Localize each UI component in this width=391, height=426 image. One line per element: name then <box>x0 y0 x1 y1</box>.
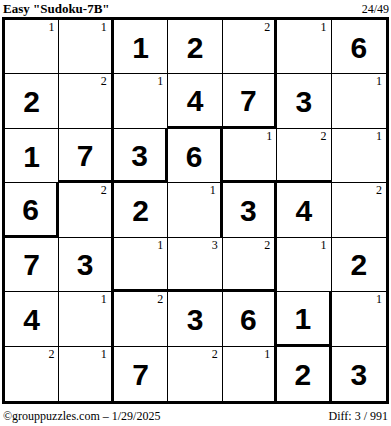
copyright-text: ©grouppuzzles.com – 1/29/2025 <box>3 409 160 424</box>
cell-r7c1[interactable]: 2 <box>5 347 59 401</box>
pencil-mark: 2 <box>212 348 218 361</box>
cell-r4c1[interactable]: 6 <box>5 183 59 237</box>
cell-value: 6 <box>186 140 203 172</box>
pencil-mark: 1 <box>48 21 54 34</box>
pencil-mark: 1 <box>264 348 270 361</box>
cell-r3c7[interactable]: 1 <box>332 129 386 183</box>
cell-r5c7[interactable]: 2 <box>332 238 386 292</box>
cell-r2c2[interactable]: 2 <box>59 74 113 128</box>
pencil-mark: 1 <box>101 21 107 34</box>
cell-value: 1 <box>132 31 149 63</box>
cell-value: 2 <box>132 194 149 226</box>
cell-r4c4[interactable]: 1 <box>168 183 222 237</box>
page-title: Easy "Sudoku-7B" <box>3 1 110 17</box>
pencil-mark: 1 <box>101 293 107 306</box>
cell-value: 4 <box>296 194 313 226</box>
cell-r6c1[interactable]: 4 <box>5 292 59 346</box>
cell-r5c6[interactable]: 1 <box>277 238 331 292</box>
cell-value: 4 <box>187 84 204 116</box>
cell-r3c2[interactable]: 7 <box>59 129 113 183</box>
cell-r5c3[interactable]: 1 <box>114 238 168 292</box>
cell-r3c6[interactable]: 2 <box>277 129 331 183</box>
cell-r4c2[interactable]: 2 <box>59 183 113 237</box>
cell-r2c3[interactable]: 1 <box>114 74 168 128</box>
cell-r6c6[interactable]: 1 <box>277 292 331 346</box>
cell-value: 3 <box>187 303 204 335</box>
cell-value: 2 <box>295 358 312 390</box>
cell-r7c6[interactable]: 2 <box>277 347 331 401</box>
cell-r6c3[interactable]: 2 <box>114 292 168 346</box>
pencil-mark: 1 <box>157 239 163 252</box>
cell-r7c7[interactable]: 3 <box>332 347 386 401</box>
cell-r6c7[interactable]: 1 <box>332 292 386 346</box>
cell-value: 7 <box>240 84 257 116</box>
cell-value: 6 <box>350 31 367 63</box>
pencil-mark: 1 <box>157 75 163 88</box>
cell-r2c1[interactable]: 2 <box>5 74 59 128</box>
progress-counter: 24/49 <box>362 2 389 17</box>
pencil-mark: 1 <box>376 75 382 88</box>
pencil-mark: 2 <box>101 184 107 197</box>
cell-r4c7[interactable]: 2 <box>332 183 386 237</box>
pencil-mark: 1 <box>376 293 382 306</box>
puzzle-page: Easy "Sudoku-7B" 24/49 11122162214731173… <box>0 0 391 426</box>
cell-r6c2[interactable]: 1 <box>59 292 113 346</box>
cell-r3c3[interactable]: 3 <box>114 129 168 183</box>
cell-value: 1 <box>23 140 40 172</box>
cell-r5c5[interactable]: 2 <box>223 238 277 292</box>
cell-value: 6 <box>240 303 257 335</box>
cell-value: 1 <box>295 302 312 334</box>
cell-r1c6[interactable]: 1 <box>277 20 331 74</box>
pencil-mark: 1 <box>210 184 216 197</box>
cell-r3c1[interactable]: 1 <box>5 129 59 183</box>
cell-value: 3 <box>77 248 94 280</box>
cell-r6c5[interactable]: 6 <box>223 292 277 346</box>
pencil-mark: 2 <box>321 130 327 143</box>
cell-r1c2[interactable]: 1 <box>59 20 113 74</box>
cell-r5c2[interactable]: 3 <box>59 238 113 292</box>
difficulty-text: Diff: 3 / 991 <box>329 409 388 424</box>
pencil-mark: 1 <box>376 130 382 143</box>
cell-r2c4[interactable]: 4 <box>168 74 222 128</box>
cell-r4c3[interactable]: 2 <box>114 183 168 237</box>
pencil-mark: 2 <box>48 348 54 361</box>
cell-r1c1[interactable]: 1 <box>5 20 59 74</box>
cell-r7c5[interactable]: 1 <box>223 347 277 401</box>
pencil-mark: 2 <box>376 184 382 197</box>
cell-value: 2 <box>187 31 204 63</box>
cell-value: 7 <box>77 139 94 171</box>
cell-value: 3 <box>296 85 313 117</box>
cell-value: 6 <box>22 193 39 225</box>
cell-r7c2[interactable]: 1 <box>59 347 113 401</box>
cell-value: 3 <box>131 139 148 171</box>
cell-r4c5[interactable]: 3 <box>223 183 277 237</box>
cell-r1c4[interactable]: 2 <box>168 20 222 74</box>
cell-r2c7[interactable]: 1 <box>332 74 386 128</box>
cell-r1c7[interactable]: 6 <box>332 20 386 74</box>
cell-r7c4[interactable]: 2 <box>168 347 222 401</box>
cell-value: 2 <box>23 85 40 117</box>
pencil-mark: 3 <box>212 239 218 252</box>
cell-r6c4[interactable]: 3 <box>168 292 222 346</box>
pencil-mark: 2 <box>264 21 270 34</box>
pencil-mark: 2 <box>264 239 270 252</box>
cell-r2c5[interactable]: 7 <box>223 74 277 128</box>
cell-r3c4[interactable]: 6 <box>168 129 222 183</box>
pencil-mark: 1 <box>321 21 327 34</box>
pencil-mark: 1 <box>101 348 107 361</box>
cell-value: 2 <box>350 248 367 280</box>
pencil-mark: 1 <box>321 239 327 252</box>
cell-value: 7 <box>132 358 149 390</box>
pencil-mark: 2 <box>157 293 163 306</box>
cell-r5c4[interactable]: 3 <box>168 238 222 292</box>
cell-r2c6[interactable]: 3 <box>277 74 331 128</box>
cell-r3c5[interactable]: 1 <box>223 129 277 183</box>
cell-value: 3 <box>240 194 257 226</box>
cell-r7c3[interactable]: 7 <box>114 347 168 401</box>
cell-value: 3 <box>350 358 367 390</box>
cell-r1c5[interactable]: 2 <box>223 20 277 74</box>
pencil-mark: 2 <box>101 75 107 88</box>
pencil-mark: 1 <box>266 130 272 143</box>
cell-r5c1[interactable]: 7 <box>5 238 59 292</box>
cell-r1c3[interactable]: 1 <box>114 20 168 74</box>
cell-r4c6[interactable]: 4 <box>277 183 331 237</box>
sudoku-grid: 1112216221473117361216221342731321241236… <box>2 17 389 404</box>
cell-value: 4 <box>23 303 40 335</box>
cell-value: 7 <box>23 248 40 280</box>
